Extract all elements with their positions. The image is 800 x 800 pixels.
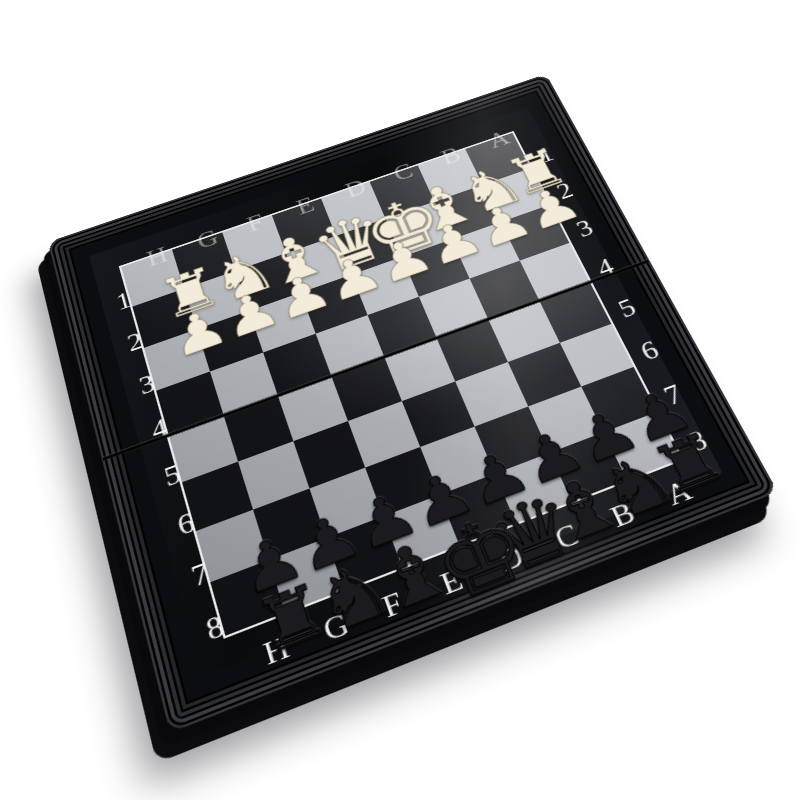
rank-label-right-5: 5 [614,293,641,324]
board-margin-strip: ♜♞♝♛♚♝♞♜♟♟♟♟♟♟♟♟♟♟♟♟♟♟♟♟♜♞♝♚♛♝♞♜ 1234567… [89,107,722,677]
rank-label-right-6: 6 [636,335,664,367]
chess-board: ♜♞♝♛♚♝♞♜♟♟♟♟♟♟♟♟♟♟♟♟♟♟♟♟♜♞♝♚♛♝♞♜ 1234567… [48,74,778,733]
photo-background: ♜♞♝♛♚♝♞♜♟♟♟♟♟♟♟♟♟♟♟♟♟♟♟♟♜♞♝♚♛♝♞♜ 1234567… [0,0,800,800]
board-frame: ♜♞♝♛♚♝♞♜♟♟♟♟♟♟♟♟♟♟♟♟♟♟♟♟♜♞♝♚♛♝♞♜ 1234567… [48,74,778,733]
